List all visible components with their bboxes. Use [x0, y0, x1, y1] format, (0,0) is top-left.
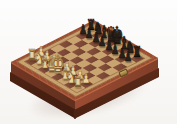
pieces-layer: ♜♟♟♜♞♟♟♞♝♟♟♝♛♟♟♛♚♟♟♚♝♟♟♝♞♟♟♞♜♟♟♜: [0, 0, 177, 124]
chess-piece-black-pawn[interactable]: ♟: [124, 51, 133, 65]
chess-piece-white-rook[interactable]: ♜: [73, 75, 82, 90]
photo-canvas: ♜♟♟♜♞♟♟♞♝♟♟♝♛♟♟♛♚♟♟♚♝♟♟♝♞♟♟♞♜♟♟♜: [0, 0, 177, 124]
chess-piece-black-rook[interactable]: ♜: [132, 45, 141, 60]
chess-piece-white-pawn[interactable]: ♟: [82, 72, 91, 86]
